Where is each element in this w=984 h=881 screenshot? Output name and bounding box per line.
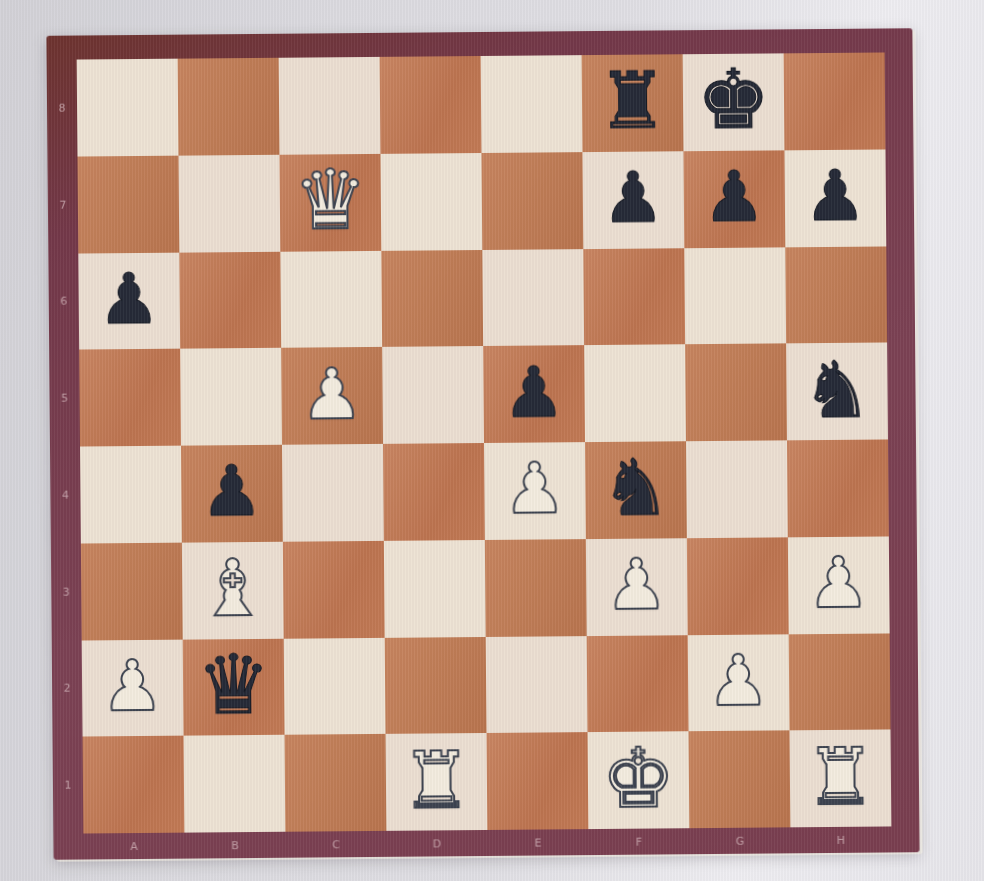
square-f7[interactable]: ♟ (582, 151, 684, 249)
piece-black-knight-f4[interactable]: ♞ (601, 449, 672, 528)
square-a4[interactable] (80, 446, 182, 544)
square-e5[interactable]: ♟ (483, 345, 585, 443)
file-label-d: D (386, 830, 487, 857)
piece-black-pawn-b4[interactable]: ♟ (200, 456, 263, 527)
square-g2[interactable]: ♟ (688, 634, 790, 732)
square-a8[interactable] (77, 59, 179, 157)
piece-white-rook-d1[interactable]: ♜ (401, 741, 472, 820)
square-f3[interactable]: ♟ (586, 538, 688, 636)
file-label-g: G (689, 827, 790, 854)
piece-black-queen-b2[interactable]: ♛ (196, 644, 270, 727)
square-e4[interactable]: ♟ (484, 442, 586, 540)
square-a1[interactable] (83, 736, 185, 834)
square-e6[interactable] (482, 249, 584, 347)
file-label-a: A (83, 833, 184, 860)
piece-white-pawn-h3[interactable]: ♟ (807, 548, 870, 619)
rank-label-7: 7 (47, 156, 78, 253)
piece-black-rook-f8[interactable]: ♜ (597, 62, 668, 141)
square-b5[interactable] (180, 348, 282, 446)
square-f4[interactable]: ♞ (585, 441, 687, 539)
square-c6[interactable] (280, 250, 382, 348)
file-label-b: B (184, 832, 285, 859)
square-f1[interactable]: ♚ (588, 731, 690, 829)
square-e2[interactable] (486, 636, 588, 734)
square-b4[interactable]: ♟ (181, 445, 283, 543)
square-h4[interactable] (787, 439, 889, 537)
rank-label-2: 2 (52, 640, 83, 737)
square-f6[interactable] (583, 248, 685, 346)
rank-label-8: 8 (47, 60, 78, 157)
piece-black-pawn-h7[interactable]: ♟ (804, 161, 867, 232)
square-e8[interactable] (481, 55, 583, 153)
square-h7[interactable]: ♟ (784, 149, 886, 247)
square-h6[interactable] (785, 246, 887, 344)
chess-board: 87654321 ABCDEFGH ♜♚♛♟♟♟♟♟♟♞♟♟♞♝♟♟♟♛♟♜♚♜ (46, 28, 919, 860)
piece-black-pawn-a6[interactable]: ♟ (98, 264, 161, 335)
square-h3[interactable]: ♟ (788, 536, 890, 634)
square-c1[interactable] (285, 734, 387, 832)
square-c4[interactable] (282, 444, 384, 542)
square-b8[interactable] (178, 58, 280, 156)
piece-white-pawn-a2[interactable]: ♟ (101, 651, 164, 722)
square-d4[interactable] (383, 443, 485, 541)
square-b2[interactable]: ♛ (183, 638, 285, 736)
square-b1[interactable] (184, 735, 286, 833)
square-b6[interactable] (179, 251, 281, 349)
square-g1[interactable] (689, 731, 791, 829)
square-c7[interactable]: ♛ (279, 154, 381, 252)
square-h2[interactable] (789, 633, 891, 731)
square-a6[interactable]: ♟ (78, 252, 180, 350)
square-d8[interactable] (380, 56, 482, 154)
square-g3[interactable] (687, 537, 789, 635)
file-label-h: H (790, 826, 891, 853)
square-b3[interactable]: ♝ (182, 542, 284, 640)
square-h8[interactable] (784, 52, 886, 150)
file-label-e: E (487, 829, 588, 856)
square-c8[interactable] (279, 57, 381, 155)
piece-white-pawn-f3[interactable]: ♟ (605, 550, 668, 621)
piece-black-king-g8[interactable]: ♚ (696, 59, 770, 142)
square-e1[interactable] (487, 732, 589, 830)
piece-white-pawn-c5[interactable]: ♟ (300, 359, 363, 430)
file-label-c: C (285, 831, 386, 858)
square-f8[interactable]: ♜ (582, 54, 684, 152)
piece-black-pawn-f7[interactable]: ♟ (602, 163, 665, 234)
piece-white-pawn-e4[interactable]: ♟ (503, 454, 566, 525)
square-c2[interactable] (284, 637, 386, 735)
board-grid: ♜♚♛♟♟♟♟♟♟♞♟♟♞♝♟♟♟♛♟♜♚♜ (77, 52, 892, 833)
square-a7[interactable] (77, 155, 179, 253)
piece-white-king-f1[interactable]: ♚ (601, 737, 675, 820)
square-c3[interactable] (283, 541, 385, 639)
square-e3[interactable] (485, 539, 587, 637)
square-h1[interactable]: ♜ (790, 730, 892, 828)
square-a3[interactable] (81, 542, 183, 640)
rank-label-5: 5 (49, 350, 80, 447)
rank-label-3: 3 (51, 543, 82, 640)
piece-white-rook-h1[interactable]: ♜ (805, 737, 876, 816)
rank-label-4: 4 (50, 447, 81, 544)
square-d3[interactable] (384, 540, 486, 638)
square-g5[interactable] (685, 344, 787, 442)
square-b7[interactable] (178, 155, 280, 253)
square-g7[interactable]: ♟ (683, 150, 785, 248)
square-h5[interactable]: ♞ (786, 343, 888, 441)
square-g6[interactable] (684, 247, 786, 345)
piece-black-pawn-e5[interactable]: ♟ (502, 357, 565, 428)
square-a2[interactable]: ♟ (82, 639, 184, 737)
square-f2[interactable] (587, 635, 689, 733)
file-label-f: F (588, 828, 689, 855)
piece-black-knight-h5[interactable]: ♞ (802, 350, 873, 429)
rank-label-1: 1 (53, 737, 84, 834)
square-g4[interactable] (686, 440, 788, 538)
piece-black-pawn-g7[interactable]: ♟ (703, 162, 766, 233)
square-g8[interactable]: ♚ (683, 53, 785, 151)
square-d2[interactable] (385, 636, 487, 734)
square-a5[interactable] (79, 349, 181, 447)
square-d7[interactable] (380, 153, 482, 251)
piece-white-queen-c7[interactable]: ♛ (293, 159, 367, 242)
rank-label-6: 6 (48, 253, 79, 350)
piece-white-pawn-g2[interactable]: ♟ (707, 645, 770, 716)
square-c5[interactable]: ♟ (281, 347, 383, 445)
square-f5[interactable] (584, 344, 686, 442)
square-d6[interactable] (381, 249, 483, 347)
square-d1[interactable]: ♜ (386, 733, 488, 831)
square-d5[interactable] (382, 346, 484, 444)
square-e7[interactable] (481, 152, 583, 250)
piece-white-bishop-b3[interactable]: ♝ (197, 549, 268, 628)
